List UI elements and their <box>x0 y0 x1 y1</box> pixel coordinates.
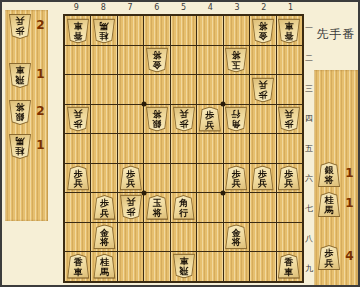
board-cell[interactable] <box>118 134 143 163</box>
board-cell[interactable] <box>118 46 143 75</box>
captured-piece-count: 1 <box>34 138 47 152</box>
file-label: 3 <box>224 2 251 13</box>
shogi-piece[interactable]: 飛車 <box>173 254 195 279</box>
piece-kanji: 歩兵 <box>319 246 339 269</box>
turn-indicator: 先手番 <box>313 26 359 43</box>
piece-kanji: 香車 <box>279 255 299 278</box>
star-point <box>141 190 146 195</box>
piece-kanji: 歩兵 <box>94 196 114 219</box>
rank-label: 八 <box>304 223 314 253</box>
board-cell[interactable] <box>250 252 275 281</box>
captured-piece-entry: 飛車1 <box>5 63 48 89</box>
board-cell[interactable] <box>171 75 196 104</box>
piece-kanji: 角行 <box>226 108 246 131</box>
shogi-diagram: 歩兵2飛車1銀将2桂馬1 987654321 香車桂馬金将香車金将玉将歩兵歩兵銀… <box>0 0 360 287</box>
board-cell[interactable] <box>224 193 249 222</box>
board-cell[interactable] <box>144 223 169 252</box>
rank-label: 二 <box>304 44 314 74</box>
shogi-piece[interactable]: 桂馬 <box>318 192 340 217</box>
board-cell[interactable] <box>65 193 90 222</box>
board-cell[interactable] <box>118 252 143 281</box>
shogi-piece[interactable]: 歩兵 <box>120 165 142 190</box>
piece-kanji: 銀将 <box>10 101 30 124</box>
board-cell[interactable] <box>250 105 275 134</box>
board-cell[interactable] <box>250 46 275 75</box>
piece-kanji: 銀将 <box>319 163 339 186</box>
shogi-piece[interactable]: 歩兵 <box>278 107 300 132</box>
board-cell[interactable] <box>277 193 302 222</box>
file-label: 9 <box>63 2 90 13</box>
file-coordinates: 987654321 <box>63 2 304 13</box>
piece-kanji: 歩兵 <box>68 108 88 131</box>
piece-kanji: 桂馬 <box>94 19 114 42</box>
piece-kanji: 歩兵 <box>253 166 273 189</box>
board-cell[interactable] <box>118 223 143 252</box>
piece-kanji: 桂馬 <box>319 193 339 216</box>
board-cell[interactable] <box>171 164 196 193</box>
captured-piece-count: 1 <box>343 166 356 180</box>
shogi-piece[interactable]: 歩兵 <box>67 107 89 132</box>
shogi-piece[interactable]: 角行 <box>225 107 247 132</box>
board-cell[interactable] <box>277 134 302 163</box>
piece-kanji: 歩兵 <box>279 108 299 131</box>
board-cell[interactable] <box>91 46 116 75</box>
captured-piece-entry: 銀将1 <box>314 162 358 188</box>
shogi-piece[interactable]: 香車 <box>67 18 89 43</box>
shogi-piece[interactable]: 玉将 <box>225 48 247 73</box>
captured-piece-count: 1 <box>34 67 47 81</box>
board-cell[interactable] <box>197 193 222 222</box>
captured-piece-count: 2 <box>34 104 47 118</box>
shogi-piece[interactable]: 桂馬 <box>9 134 31 159</box>
board-cell[interactable] <box>197 252 222 281</box>
rank-label: 三 <box>304 74 314 104</box>
piece-kanji: 飛車 <box>10 64 30 87</box>
piece-kanji: 歩兵 <box>68 166 88 189</box>
board-cell[interactable] <box>91 134 116 163</box>
piece-kanji: 飛車 <box>174 255 194 278</box>
shogi-piece[interactable]: 歩兵 <box>173 107 195 132</box>
piece-kanji: 歩兵 <box>174 108 194 131</box>
captured-piece-entry: 歩兵2 <box>5 14 48 40</box>
star-point <box>221 102 226 107</box>
board-cell[interactable] <box>65 46 90 75</box>
piece-kanji: 歩兵 <box>253 78 273 101</box>
board-cell[interactable] <box>65 223 90 252</box>
shogi-piece[interactable]: 飛車 <box>9 63 31 88</box>
board-cell[interactable] <box>91 75 116 104</box>
piece-kanji: 歩兵 <box>226 166 246 189</box>
board-cell[interactable] <box>171 46 196 75</box>
board-cell[interactable] <box>118 75 143 104</box>
piece-kanji: 金将 <box>226 225 246 248</box>
shogi-piece[interactable]: 香車 <box>278 254 300 279</box>
board-cell[interactable] <box>91 105 116 134</box>
file-label: 7 <box>117 2 144 13</box>
gote-captured-tray: 歩兵2飛車1銀将2桂馬1 <box>5 10 48 221</box>
shogi-piece[interactable]: 香車 <box>278 18 300 43</box>
file-label: 2 <box>250 2 277 13</box>
rank-label: 九 <box>304 253 314 283</box>
board-cell[interactable] <box>277 46 302 75</box>
captured-piece-entry: 歩兵4 <box>314 245 358 271</box>
shogi-piece[interactable]: 歩兵 <box>252 165 274 190</box>
captured-piece-count: 4 <box>343 249 356 263</box>
rank-label: 七 <box>304 193 314 223</box>
board-cell[interactable] <box>91 164 116 193</box>
sente-captured-tray: 銀将1桂馬1歩兵4 <box>314 70 358 287</box>
rank-label: 五 <box>304 134 314 164</box>
shogi-piece[interactable]: 金将 <box>252 18 274 43</box>
captured-piece-entry: 銀将2 <box>5 100 48 126</box>
captured-piece-count: 2 <box>34 18 47 32</box>
board-cell[interactable] <box>224 16 249 45</box>
shogi-piece[interactable]: 歩兵 <box>278 165 300 190</box>
board-cell[interactable] <box>144 164 169 193</box>
board-cell[interactable] <box>197 46 222 75</box>
board-cell[interactable] <box>250 223 275 252</box>
shogi-piece[interactable]: 銀将 <box>9 100 31 125</box>
piece-kanji: 香車 <box>279 19 299 42</box>
board-cell[interactable] <box>144 134 169 163</box>
board-cell[interactable] <box>171 223 196 252</box>
shogi-piece[interactable]: 桂馬 <box>93 254 115 279</box>
piece-kanji: 歩兵 <box>10 15 30 38</box>
board-cell[interactable] <box>118 105 143 134</box>
piece-kanji: 香車 <box>68 255 88 278</box>
board-cell[interactable] <box>197 16 222 45</box>
board-cell[interactable] <box>224 134 249 163</box>
piece-kanji: 玉将 <box>147 196 167 219</box>
shogi-piece[interactable]: 歩兵 <box>225 165 247 190</box>
piece-kanji: 歩兵 <box>200 108 220 131</box>
shogi-piece[interactable]: 金将 <box>93 224 115 249</box>
piece-kanji: 桂馬 <box>94 255 114 278</box>
piece-kanji: 歩兵 <box>279 166 299 189</box>
file-label: 4 <box>197 2 224 13</box>
board-cell[interactable] <box>118 16 143 45</box>
shogi-piece[interactable]: 銀将 <box>318 162 340 187</box>
board-cell[interactable] <box>224 75 249 104</box>
piece-kanji: 香車 <box>68 19 88 42</box>
shogi-piece[interactable]: 金将 <box>225 224 247 249</box>
board-cell[interactable] <box>171 134 196 163</box>
rank-label: 四 <box>304 104 314 134</box>
board-cell[interactable] <box>171 16 196 45</box>
board-cell[interactable] <box>144 75 169 104</box>
board-cell[interactable] <box>197 223 222 252</box>
star-point <box>141 102 146 107</box>
shogi-piece[interactable]: 角行 <box>173 195 195 220</box>
board-cell[interactable] <box>277 75 302 104</box>
board-cell[interactable] <box>144 16 169 45</box>
board-cell[interactable] <box>144 252 169 281</box>
file-label: 8 <box>90 2 117 13</box>
board-cell[interactable] <box>277 223 302 252</box>
board-cell[interactable] <box>224 252 249 281</box>
board-cell[interactable] <box>197 134 222 163</box>
piece-kanji: 金将 <box>94 225 114 248</box>
shogi-piece[interactable]: 香車 <box>67 254 89 279</box>
board-cell[interactable] <box>250 193 275 222</box>
captured-piece-count: 1 <box>343 196 356 210</box>
shogi-piece[interactable]: 歩兵 <box>9 14 31 39</box>
file-label: 1 <box>277 2 304 13</box>
shogi-piece[interactable]: 歩兵 <box>120 195 142 220</box>
star-point <box>221 190 226 195</box>
file-label: 5 <box>170 2 197 13</box>
board-cell[interactable] <box>65 134 90 163</box>
piece-kanji: 角行 <box>174 196 194 219</box>
shogi-piece[interactable]: 金将 <box>146 48 168 73</box>
piece-kanji: 歩兵 <box>121 166 141 189</box>
board-cell[interactable] <box>197 75 222 104</box>
shogi-piece[interactable]: 歩兵 <box>67 165 89 190</box>
shogi-piece[interactable]: 歩兵 <box>252 77 274 102</box>
piece-kanji: 桂馬 <box>10 135 30 158</box>
file-label: 6 <box>143 2 170 13</box>
shogi-board: 香車桂馬金将香車金将玉将歩兵歩兵銀将歩兵歩兵角行歩兵歩兵歩兵歩兵歩兵歩兵歩兵歩兵… <box>63 14 304 283</box>
piece-kanji: 玉将 <box>226 49 246 72</box>
captured-piece-entry: 桂馬1 <box>5 134 48 160</box>
captured-piece-entry: 桂馬1 <box>314 192 358 218</box>
piece-kanji: 歩兵 <box>121 196 141 219</box>
shogi-piece[interactable]: 歩兵 <box>318 245 340 270</box>
shogi-piece[interactable]: 歩兵 <box>199 107 221 132</box>
shogi-piece[interactable]: 桂馬 <box>93 18 115 43</box>
board-cell[interactable] <box>65 75 90 104</box>
piece-kanji: 金将 <box>147 49 167 72</box>
shogi-piece[interactable]: 歩兵 <box>93 195 115 220</box>
rank-coordinates: 一二三四五六七八九 <box>304 14 314 283</box>
rank-label: 六 <box>304 163 314 193</box>
piece-kanji: 金将 <box>253 19 273 42</box>
shogi-piece[interactable]: 玉将 <box>146 195 168 220</box>
piece-kanji: 銀将 <box>147 108 167 131</box>
shogi-piece[interactable]: 銀将 <box>146 107 168 132</box>
board-cell[interactable] <box>197 164 222 193</box>
board-cell[interactable] <box>250 134 275 163</box>
